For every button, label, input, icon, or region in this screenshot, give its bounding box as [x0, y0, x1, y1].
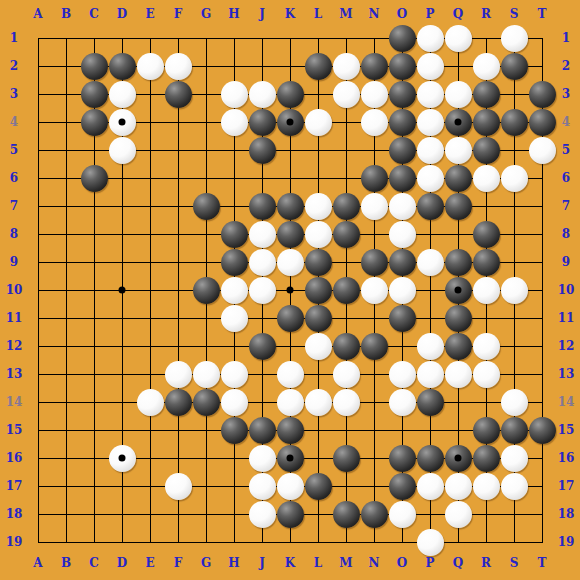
- white-stone-K17[interactable]: [277, 473, 304, 500]
- black-stone-P16[interactable]: [417, 445, 444, 472]
- intersection-R14[interactable]: [472, 388, 500, 416]
- intersection-N13[interactable]: [360, 360, 388, 388]
- intersection-R15[interactable]: [472, 416, 500, 444]
- intersection-O6[interactable]: [388, 164, 416, 192]
- intersection-O1[interactable]: [388, 24, 416, 52]
- black-stone-J5[interactable]: [249, 137, 276, 164]
- intersection-J5[interactable]: [248, 136, 276, 164]
- intersection-O18[interactable]: [388, 500, 416, 528]
- white-stone-R6[interactable]: [473, 165, 500, 192]
- black-stone-T4[interactable]: [529, 109, 556, 136]
- intersection-C11[interactable]: [80, 304, 108, 332]
- intersection-F7[interactable]: [164, 192, 192, 220]
- intersection-S3[interactable]: [500, 80, 528, 108]
- intersection-N17[interactable]: [360, 472, 388, 500]
- white-stone-L14[interactable]: [305, 389, 332, 416]
- intersection-L16[interactable]: [304, 444, 332, 472]
- intersection-A10[interactable]: [24, 276, 52, 304]
- intersection-S5[interactable]: [500, 136, 528, 164]
- intersection-C5[interactable]: [80, 136, 108, 164]
- intersection-B17[interactable]: [52, 472, 80, 500]
- intersection-G17[interactable]: [192, 472, 220, 500]
- intersection-S7[interactable]: [500, 192, 528, 220]
- intersection-E12[interactable]: [136, 332, 164, 360]
- black-stone-K11[interactable]: [277, 305, 304, 332]
- black-stone-M10[interactable]: [333, 277, 360, 304]
- intersection-T13[interactable]: [528, 360, 556, 388]
- intersection-A6[interactable]: [24, 164, 52, 192]
- black-stone-K15[interactable]: [277, 417, 304, 444]
- intersection-N16[interactable]: [360, 444, 388, 472]
- intersection-D6[interactable]: [108, 164, 136, 192]
- intersection-K11[interactable]: [276, 304, 304, 332]
- intersection-H8[interactable]: [220, 220, 248, 248]
- intersection-P3[interactable]: [416, 80, 444, 108]
- intersection-L2[interactable]: [304, 52, 332, 80]
- intersection-K19[interactable]: [276, 528, 304, 556]
- intersection-R9[interactable]: [472, 248, 500, 276]
- intersection-A16[interactable]: [24, 444, 52, 472]
- intersection-Q13[interactable]: [444, 360, 472, 388]
- intersection-F1[interactable]: [164, 24, 192, 52]
- intersection-T7[interactable]: [528, 192, 556, 220]
- intersection-P15[interactable]: [416, 416, 444, 444]
- intersection-N7[interactable]: [360, 192, 388, 220]
- white-stone-M14[interactable]: [333, 389, 360, 416]
- intersection-F16[interactable]: [164, 444, 192, 472]
- white-stone-Q13[interactable]: [445, 361, 472, 388]
- white-stone-L7[interactable]: [305, 193, 332, 220]
- intersection-R10[interactable]: [472, 276, 500, 304]
- black-stone-L17[interactable]: [305, 473, 332, 500]
- white-stone-P4[interactable]: [417, 109, 444, 136]
- intersection-G19[interactable]: [192, 528, 220, 556]
- intersection-D19[interactable]: [108, 528, 136, 556]
- black-stone-Q7[interactable]: [445, 193, 472, 220]
- intersection-F11[interactable]: [164, 304, 192, 332]
- intersection-M7[interactable]: [332, 192, 360, 220]
- intersection-N2[interactable]: [360, 52, 388, 80]
- intersection-E9[interactable]: [136, 248, 164, 276]
- white-stone-H3[interactable]: [221, 81, 248, 108]
- intersection-J1[interactable]: [248, 24, 276, 52]
- intersection-A8[interactable]: [24, 220, 52, 248]
- intersection-A11[interactable]: [24, 304, 52, 332]
- white-stone-Q3[interactable]: [445, 81, 472, 108]
- intersection-L4[interactable]: [304, 108, 332, 136]
- black-stone-R15[interactable]: [473, 417, 500, 444]
- white-stone-L4[interactable]: [305, 109, 332, 136]
- intersection-H19[interactable]: [220, 528, 248, 556]
- white-stone-O13[interactable]: [389, 361, 416, 388]
- intersection-B12[interactable]: [52, 332, 80, 360]
- white-stone-P1[interactable]: [417, 25, 444, 52]
- intersection-G5[interactable]: [192, 136, 220, 164]
- black-stone-O16[interactable]: [389, 445, 416, 472]
- intersection-K3[interactable]: [276, 80, 304, 108]
- intersection-F3[interactable]: [164, 80, 192, 108]
- white-stone-J8[interactable]: [249, 221, 276, 248]
- intersection-C14[interactable]: [80, 388, 108, 416]
- intersection-H15[interactable]: [220, 416, 248, 444]
- black-stone-Q6[interactable]: [445, 165, 472, 192]
- black-stone-L10[interactable]: [305, 277, 332, 304]
- intersection-T5[interactable]: [528, 136, 556, 164]
- intersection-J19[interactable]: [248, 528, 276, 556]
- intersection-S16[interactable]: [500, 444, 528, 472]
- intersection-O10[interactable]: [388, 276, 416, 304]
- intersection-S1[interactable]: [500, 24, 528, 52]
- intersection-E8[interactable]: [136, 220, 164, 248]
- intersection-T17[interactable]: [528, 472, 556, 500]
- black-stone-M18[interactable]: [333, 501, 360, 528]
- intersection-C7[interactable]: [80, 192, 108, 220]
- intersection-R16[interactable]: [472, 444, 500, 472]
- white-stone-K13[interactable]: [277, 361, 304, 388]
- intersection-O7[interactable]: [388, 192, 416, 220]
- white-stone-S6[interactable]: [501, 165, 528, 192]
- intersection-M9[interactable]: [332, 248, 360, 276]
- intersection-D17[interactable]: [108, 472, 136, 500]
- white-stone-O14[interactable]: [389, 389, 416, 416]
- black-stone-R9[interactable]: [473, 249, 500, 276]
- intersection-A17[interactable]: [24, 472, 52, 500]
- intersection-P16[interactable]: [416, 444, 444, 472]
- white-stone-P6[interactable]: [417, 165, 444, 192]
- intersection-C12[interactable]: [80, 332, 108, 360]
- intersection-A7[interactable]: [24, 192, 52, 220]
- white-stone-P12[interactable]: [417, 333, 444, 360]
- intersection-P9[interactable]: [416, 248, 444, 276]
- intersection-G4[interactable]: [192, 108, 220, 136]
- white-stone-P19[interactable]: [417, 529, 444, 556]
- white-stone-S16[interactable]: [501, 445, 528, 472]
- intersection-Q2[interactable]: [444, 52, 472, 80]
- intersection-L15[interactable]: [304, 416, 332, 444]
- intersection-H6[interactable]: [220, 164, 248, 192]
- intersection-O12[interactable]: [388, 332, 416, 360]
- intersection-N4[interactable]: [360, 108, 388, 136]
- black-stone-R16[interactable]: [473, 445, 500, 472]
- white-stone-J3[interactable]: [249, 81, 276, 108]
- white-stone-E14[interactable]: [137, 389, 164, 416]
- intersection-C17[interactable]: [80, 472, 108, 500]
- intersection-J18[interactable]: [248, 500, 276, 528]
- intersection-G6[interactable]: [192, 164, 220, 192]
- intersection-J13[interactable]: [248, 360, 276, 388]
- intersection-F18[interactable]: [164, 500, 192, 528]
- white-stone-H14[interactable]: [221, 389, 248, 416]
- intersection-Q18[interactable]: [444, 500, 472, 528]
- intersection-C6[interactable]: [80, 164, 108, 192]
- black-stone-N9[interactable]: [361, 249, 388, 276]
- black-stone-M8[interactable]: [333, 221, 360, 248]
- intersection-D13[interactable]: [108, 360, 136, 388]
- intersection-O13[interactable]: [388, 360, 416, 388]
- intersection-H10[interactable]: [220, 276, 248, 304]
- black-stone-N6[interactable]: [361, 165, 388, 192]
- black-stone-R3[interactable]: [473, 81, 500, 108]
- intersection-O9[interactable]: [388, 248, 416, 276]
- intersection-F15[interactable]: [164, 416, 192, 444]
- intersection-G3[interactable]: [192, 80, 220, 108]
- intersection-M14[interactable]: [332, 388, 360, 416]
- black-stone-T3[interactable]: [529, 81, 556, 108]
- intersection-F19[interactable]: [164, 528, 192, 556]
- intersection-R1[interactable]: [472, 24, 500, 52]
- intersection-B2[interactable]: [52, 52, 80, 80]
- black-stone-J4[interactable]: [249, 109, 276, 136]
- black-stone-R8[interactable]: [473, 221, 500, 248]
- black-stone-Q12[interactable]: [445, 333, 472, 360]
- intersection-H1[interactable]: [220, 24, 248, 52]
- intersection-L1[interactable]: [304, 24, 332, 52]
- intersection-F10[interactable]: [164, 276, 192, 304]
- intersection-T16[interactable]: [528, 444, 556, 472]
- intersection-T14[interactable]: [528, 388, 556, 416]
- intersection-M18[interactable]: [332, 500, 360, 528]
- intersection-N18[interactable]: [360, 500, 388, 528]
- intersection-B4[interactable]: [52, 108, 80, 136]
- white-stone-O8[interactable]: [389, 221, 416, 248]
- intersection-P10[interactable]: [416, 276, 444, 304]
- intersection-B13[interactable]: [52, 360, 80, 388]
- white-stone-R12[interactable]: [473, 333, 500, 360]
- intersection-E3[interactable]: [136, 80, 164, 108]
- intersection-N11[interactable]: [360, 304, 388, 332]
- intersection-H14[interactable]: [220, 388, 248, 416]
- black-stone-M16[interactable]: [333, 445, 360, 472]
- intersection-H5[interactable]: [220, 136, 248, 164]
- white-stone-G13[interactable]: [193, 361, 220, 388]
- white-stone-S1[interactable]: [501, 25, 528, 52]
- intersection-M13[interactable]: [332, 360, 360, 388]
- intersection-M17[interactable]: [332, 472, 360, 500]
- intersection-O17[interactable]: [388, 472, 416, 500]
- white-stone-P13[interactable]: [417, 361, 444, 388]
- black-stone-O6[interactable]: [389, 165, 416, 192]
- black-stone-H9[interactable]: [221, 249, 248, 276]
- intersection-J10[interactable]: [248, 276, 276, 304]
- intersection-O3[interactable]: [388, 80, 416, 108]
- intersection-M6[interactable]: [332, 164, 360, 192]
- intersection-R2[interactable]: [472, 52, 500, 80]
- white-stone-H10[interactable]: [221, 277, 248, 304]
- intersection-E5[interactable]: [136, 136, 164, 164]
- black-stone-N12[interactable]: [361, 333, 388, 360]
- intersection-H7[interactable]: [220, 192, 248, 220]
- white-stone-P3[interactable]: [417, 81, 444, 108]
- intersection-G2[interactable]: [192, 52, 220, 80]
- black-stone-G7[interactable]: [193, 193, 220, 220]
- intersection-C8[interactable]: [80, 220, 108, 248]
- intersection-K5[interactable]: [276, 136, 304, 164]
- white-stone-F13[interactable]: [165, 361, 192, 388]
- intersection-O11[interactable]: [388, 304, 416, 332]
- intersection-O16[interactable]: [388, 444, 416, 472]
- black-stone-K3[interactable]: [277, 81, 304, 108]
- intersection-J6[interactable]: [248, 164, 276, 192]
- intersection-O2[interactable]: [388, 52, 416, 80]
- intersection-T2[interactable]: [528, 52, 556, 80]
- intersection-H18[interactable]: [220, 500, 248, 528]
- intersection-J2[interactable]: [248, 52, 276, 80]
- black-stone-O1[interactable]: [389, 25, 416, 52]
- intersection-Q1[interactable]: [444, 24, 472, 52]
- intersection-K2[interactable]: [276, 52, 304, 80]
- intersection-G16[interactable]: [192, 444, 220, 472]
- intersection-J14[interactable]: [248, 388, 276, 416]
- intersection-K13[interactable]: [276, 360, 304, 388]
- intersection-D7[interactable]: [108, 192, 136, 220]
- intersection-M3[interactable]: [332, 80, 360, 108]
- intersection-T4[interactable]: [528, 108, 556, 136]
- intersection-H17[interactable]: [220, 472, 248, 500]
- intersection-J16[interactable]: [248, 444, 276, 472]
- white-stone-O18[interactable]: [389, 501, 416, 528]
- intersection-C9[interactable]: [80, 248, 108, 276]
- black-stone-G14[interactable]: [193, 389, 220, 416]
- intersection-M12[interactable]: [332, 332, 360, 360]
- intersection-P2[interactable]: [416, 52, 444, 80]
- intersection-Q9[interactable]: [444, 248, 472, 276]
- intersection-C2[interactable]: [80, 52, 108, 80]
- intersection-R5[interactable]: [472, 136, 500, 164]
- intersection-S6[interactable]: [500, 164, 528, 192]
- intersection-G18[interactable]: [192, 500, 220, 528]
- white-stone-Q18[interactable]: [445, 501, 472, 528]
- white-stone-D3[interactable]: [109, 81, 136, 108]
- intersection-A1[interactable]: [24, 24, 52, 52]
- black-stone-G10[interactable]: [193, 277, 220, 304]
- white-stone-Q5[interactable]: [445, 137, 472, 164]
- intersection-P4[interactable]: [416, 108, 444, 136]
- white-stone-R13[interactable]: [473, 361, 500, 388]
- black-stone-K7[interactable]: [277, 193, 304, 220]
- intersection-J17[interactable]: [248, 472, 276, 500]
- intersection-R12[interactable]: [472, 332, 500, 360]
- intersection-R4[interactable]: [472, 108, 500, 136]
- intersection-L13[interactable]: [304, 360, 332, 388]
- intersection-T10[interactable]: [528, 276, 556, 304]
- intersection-J11[interactable]: [248, 304, 276, 332]
- intersection-F9[interactable]: [164, 248, 192, 276]
- intersection-F14[interactable]: [164, 388, 192, 416]
- white-stone-P17[interactable]: [417, 473, 444, 500]
- intersection-J12[interactable]: [248, 332, 276, 360]
- intersection-P8[interactable]: [416, 220, 444, 248]
- white-stone-S10[interactable]: [501, 277, 528, 304]
- white-stone-J9[interactable]: [249, 249, 276, 276]
- intersection-A12[interactable]: [24, 332, 52, 360]
- intersection-G11[interactable]: [192, 304, 220, 332]
- white-stone-J16[interactable]: [249, 445, 276, 472]
- white-stone-F17[interactable]: [165, 473, 192, 500]
- intersection-A15[interactable]: [24, 416, 52, 444]
- black-stone-O9[interactable]: [389, 249, 416, 276]
- intersection-K7[interactable]: [276, 192, 304, 220]
- intersection-G7[interactable]: [192, 192, 220, 220]
- intersection-H11[interactable]: [220, 304, 248, 332]
- intersection-D8[interactable]: [108, 220, 136, 248]
- intersection-A2[interactable]: [24, 52, 52, 80]
- intersection-T1[interactable]: [528, 24, 556, 52]
- intersection-D15[interactable]: [108, 416, 136, 444]
- intersection-H4[interactable]: [220, 108, 248, 136]
- intersection-C18[interactable]: [80, 500, 108, 528]
- white-stone-S14[interactable]: [501, 389, 528, 416]
- white-stone-R17[interactable]: [473, 473, 500, 500]
- intersection-B10[interactable]: [52, 276, 80, 304]
- intersection-F13[interactable]: [164, 360, 192, 388]
- intersection-T11[interactable]: [528, 304, 556, 332]
- intersection-K17[interactable]: [276, 472, 304, 500]
- intersection-K12[interactable]: [276, 332, 304, 360]
- intersection-A9[interactable]: [24, 248, 52, 276]
- intersection-D11[interactable]: [108, 304, 136, 332]
- intersection-L12[interactable]: [304, 332, 332, 360]
- intersection-L7[interactable]: [304, 192, 332, 220]
- white-stone-E2[interactable]: [137, 53, 164, 80]
- intersection-S9[interactable]: [500, 248, 528, 276]
- black-stone-O3[interactable]: [389, 81, 416, 108]
- black-stone-J12[interactable]: [249, 333, 276, 360]
- black-stone-D2[interactable]: [109, 53, 136, 80]
- intersection-Q14[interactable]: [444, 388, 472, 416]
- white-stone-O10[interactable]: [389, 277, 416, 304]
- intersection-Q19[interactable]: [444, 528, 472, 556]
- white-stone-T5[interactable]: [529, 137, 556, 164]
- intersection-G14[interactable]: [192, 388, 220, 416]
- intersection-G15[interactable]: [192, 416, 220, 444]
- intersection-E19[interactable]: [136, 528, 164, 556]
- intersection-G13[interactable]: [192, 360, 220, 388]
- intersection-B8[interactable]: [52, 220, 80, 248]
- intersection-S17[interactable]: [500, 472, 528, 500]
- black-stone-N2[interactable]: [361, 53, 388, 80]
- black-stone-P7[interactable]: [417, 193, 444, 220]
- intersection-P19[interactable]: [416, 528, 444, 556]
- black-stone-M7[interactable]: [333, 193, 360, 220]
- intersection-L19[interactable]: [304, 528, 332, 556]
- intersection-R18[interactable]: [472, 500, 500, 528]
- intersection-T18[interactable]: [528, 500, 556, 528]
- intersection-G9[interactable]: [192, 248, 220, 276]
- intersection-T6[interactable]: [528, 164, 556, 192]
- intersection-M11[interactable]: [332, 304, 360, 332]
- intersection-D5[interactable]: [108, 136, 136, 164]
- intersection-B19[interactable]: [52, 528, 80, 556]
- intersection-L8[interactable]: [304, 220, 332, 248]
- black-stone-R5[interactable]: [473, 137, 500, 164]
- intersection-T8[interactable]: [528, 220, 556, 248]
- black-stone-N18[interactable]: [361, 501, 388, 528]
- intersection-D18[interactable]: [108, 500, 136, 528]
- intersection-E17[interactable]: [136, 472, 164, 500]
- intersection-L3[interactable]: [304, 80, 332, 108]
- intersection-K6[interactable]: [276, 164, 304, 192]
- intersection-P13[interactable]: [416, 360, 444, 388]
- white-stone-J10[interactable]: [249, 277, 276, 304]
- white-stone-O7[interactable]: [389, 193, 416, 220]
- intersection-L9[interactable]: [304, 248, 332, 276]
- intersection-E2[interactable]: [136, 52, 164, 80]
- white-stone-D5[interactable]: [109, 137, 136, 164]
- intersection-Q3[interactable]: [444, 80, 472, 108]
- black-stone-L11[interactable]: [305, 305, 332, 332]
- intersection-E13[interactable]: [136, 360, 164, 388]
- intersection-E7[interactable]: [136, 192, 164, 220]
